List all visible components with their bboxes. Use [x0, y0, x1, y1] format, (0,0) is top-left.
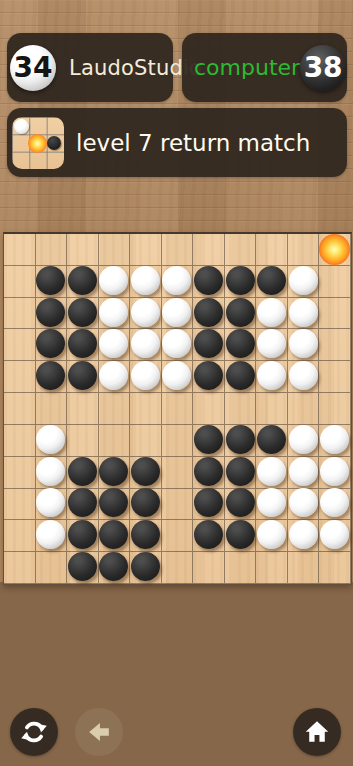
white-disc: [289, 266, 318, 295]
white-disc: [257, 361, 286, 390]
mini-board-icon: [12, 117, 64, 169]
white-disc: [257, 329, 286, 358]
board-cell-r4c3[interactable]: [99, 361, 131, 393]
black-disc: [194, 298, 223, 327]
white-disc: [99, 266, 128, 295]
black-disc: [131, 520, 160, 549]
board-cell-r0c4[interactable]: [130, 234, 162, 266]
black-disc: [68, 361, 97, 390]
board-cell-r3c9[interactable]: [288, 329, 320, 361]
board-cell-r6c0[interactable]: [4, 425, 36, 457]
board-cell-r8c8[interactable]: [256, 489, 288, 521]
app-root: 34 LaudoStudio computer 38 level 7 retur…: [0, 0, 353, 766]
white-disc: [289, 425, 318, 454]
board-cell-r2c1[interactable]: [36, 298, 68, 330]
white-disc: [289, 520, 318, 549]
undo-button[interactable]: [75, 708, 123, 756]
black-disc: [131, 457, 160, 486]
black-disc: [226, 457, 255, 486]
black-disc: [226, 488, 255, 517]
board-cell-r4c1[interactable]: [36, 361, 68, 393]
board-cell-r0c10[interactable]: [319, 234, 351, 266]
board-cell-r1c4[interactable]: [130, 266, 162, 298]
black-disc: [226, 361, 255, 390]
board-cell-r5c5[interactable]: [162, 393, 194, 425]
board-cell-r6c2[interactable]: [67, 425, 99, 457]
white-disc: [162, 361, 191, 390]
black-disc: [99, 552, 128, 581]
board-cell-r3c1[interactable]: [36, 329, 68, 361]
board-cell-r8c0[interactable]: [4, 489, 36, 521]
player-white-disc-ball: 34: [10, 45, 56, 91]
board-cell-r2c9[interactable]: [288, 298, 320, 330]
board-cell-r7c3[interactable]: [99, 457, 131, 489]
board-cell-r10c6[interactable]: [193, 552, 225, 584]
board-cell-r10c1[interactable]: [36, 552, 68, 584]
board-cell-r1c10[interactable]: [319, 266, 351, 298]
board-cell-r5c0[interactable]: [4, 393, 36, 425]
board-cell-r1c7[interactable]: [225, 266, 257, 298]
black-disc: [36, 298, 65, 327]
board-cell-r10c9[interactable]: [288, 552, 320, 584]
board-cell-r6c6[interactable]: [193, 425, 225, 457]
board-cell-r7c0[interactable]: [4, 457, 36, 489]
board-cell-r9c2[interactable]: [67, 520, 99, 552]
black-disc: [226, 298, 255, 327]
white-disc: [257, 457, 286, 486]
black-disc: [68, 457, 97, 486]
board-cell-r0c7[interactable]: [225, 234, 257, 266]
board-cell-r3c5[interactable]: [162, 329, 194, 361]
board-cell-r7c6[interactable]: [193, 457, 225, 489]
mini-white-disc-icon: [14, 119, 29, 134]
board-cell-r2c5[interactable]: [162, 298, 194, 330]
board-cell-r10c0[interactable]: [4, 552, 36, 584]
board-cell-r9c3[interactable]: [99, 520, 131, 552]
board-cell-r5c2[interactable]: [67, 393, 99, 425]
board-cell-r0c6[interactable]: [193, 234, 225, 266]
board-cell-r4c4[interactable]: [130, 361, 162, 393]
board-cell-r1c3[interactable]: [99, 266, 131, 298]
white-disc: [131, 298, 160, 327]
computer-score-panel: computer 38: [182, 33, 347, 102]
black-disc: [194, 457, 223, 486]
board-cell-r4c9[interactable]: [288, 361, 320, 393]
board-cell-r1c6[interactable]: [193, 266, 225, 298]
board-cell-r0c2[interactable]: [67, 234, 99, 266]
board-cell-r8c3[interactable]: [99, 489, 131, 521]
board-cell-r10c7[interactable]: [225, 552, 257, 584]
white-disc: [131, 266, 160, 295]
board-cell-r7c7[interactable]: [225, 457, 257, 489]
black-disc: [68, 552, 97, 581]
board-cell-r3c8[interactable]: [256, 329, 288, 361]
board-cell-r7c9[interactable]: [288, 457, 320, 489]
black-disc: [226, 329, 255, 358]
board-cell-r9c6[interactable]: [193, 520, 225, 552]
computer-black-disc-ball: 38: [300, 45, 346, 91]
board-cell-r0c0[interactable]: [4, 234, 36, 266]
board-cell-r9c9[interactable]: [288, 520, 320, 552]
black-disc: [257, 425, 286, 454]
black-disc: [68, 488, 97, 517]
board-cell-r6c10[interactable]: [319, 425, 351, 457]
black-disc: [99, 457, 128, 486]
black-disc: [194, 266, 223, 295]
board-cell-r6c7[interactable]: [225, 425, 257, 457]
board-cell-r9c5[interactable]: [162, 520, 194, 552]
board-cell-r5c3[interactable]: [99, 393, 131, 425]
board-cell-r6c4[interactable]: [130, 425, 162, 457]
white-disc: [320, 457, 349, 486]
white-disc: [36, 425, 65, 454]
board-cell-r6c9[interactable]: [288, 425, 320, 457]
board-cell-r4c5[interactable]: [162, 361, 194, 393]
white-disc: [162, 329, 191, 358]
board-cell-r7c8[interactable]: [256, 457, 288, 489]
board-cell-r9c4[interactable]: [130, 520, 162, 552]
white-disc: [320, 425, 349, 454]
board-cell-r4c7[interactable]: [225, 361, 257, 393]
board-cell-r1c1[interactable]: [36, 266, 68, 298]
board-cell-r10c3[interactable]: [99, 552, 131, 584]
white-disc: [289, 298, 318, 327]
white-disc: [162, 298, 191, 327]
board-cell-r3c10[interactable]: [319, 329, 351, 361]
black-disc: [226, 266, 255, 295]
board-cell-r1c9[interactable]: [288, 266, 320, 298]
board-cell-r10c5[interactable]: [162, 552, 194, 584]
board-cell-r9c1[interactable]: [36, 520, 68, 552]
board-cell-r2c2[interactable]: [67, 298, 99, 330]
board-cell-r10c2[interactable]: [67, 552, 99, 584]
black-disc: [257, 266, 286, 295]
white-disc: [257, 520, 286, 549]
board-cell-r9c10[interactable]: [319, 520, 351, 552]
black-disc: [36, 266, 65, 295]
board-cell-r10c10[interactable]: [319, 552, 351, 584]
board-cell-r8c2[interactable]: [67, 489, 99, 521]
white-disc: [36, 520, 65, 549]
board-cell-r3c3[interactable]: [99, 329, 131, 361]
board-cell-r3c0[interactable]: [4, 329, 36, 361]
board-cell-r5c8[interactable]: [256, 393, 288, 425]
board-cell-r2c8[interactable]: [256, 298, 288, 330]
board-cell-r3c2[interactable]: [67, 329, 99, 361]
white-disc: [257, 488, 286, 517]
board-cell-r5c6[interactable]: [193, 393, 225, 425]
board-cell-r6c8[interactable]: [256, 425, 288, 457]
black-disc: [194, 329, 223, 358]
board-cell-r4c0[interactable]: [4, 361, 36, 393]
black-disc: [226, 425, 255, 454]
white-disc: [320, 520, 349, 549]
black-disc: [99, 488, 128, 517]
board-cell-r1c8[interactable]: [256, 266, 288, 298]
black-disc: [131, 552, 160, 581]
board-cell-r5c10[interactable]: [319, 393, 351, 425]
white-disc: [320, 488, 349, 517]
level-status-text: level 7 return match: [76, 130, 310, 156]
board-cell-r0c5[interactable]: [162, 234, 194, 266]
board-cell-r2c4[interactable]: [130, 298, 162, 330]
board-cell-r2c6[interactable]: [193, 298, 225, 330]
white-disc: [289, 488, 318, 517]
board-cell-r5c4[interactable]: [130, 393, 162, 425]
board-cell-r9c8[interactable]: [256, 520, 288, 552]
black-disc: [131, 488, 160, 517]
undo-left-arrow-icon: [84, 717, 114, 747]
board-cell-r7c5[interactable]: [162, 457, 194, 489]
board-cell-r7c1[interactable]: [36, 457, 68, 489]
board-cell-r1c2[interactable]: [67, 266, 99, 298]
game-board: [3, 232, 352, 585]
board-cell-r3c4[interactable]: [130, 329, 162, 361]
black-disc: [36, 329, 65, 358]
white-disc: [289, 361, 318, 390]
board-cell-r4c8[interactable]: [256, 361, 288, 393]
board-cell-r7c4[interactable]: [130, 457, 162, 489]
board-cell-r9c7[interactable]: [225, 520, 257, 552]
board-cell-r8c7[interactable]: [225, 489, 257, 521]
board-cell-r10c8[interactable]: [256, 552, 288, 584]
board-cell-r7c2[interactable]: [67, 457, 99, 489]
fireball-effect: [319, 234, 350, 265]
white-disc: [36, 457, 65, 486]
board-cell-r3c7[interactable]: [225, 329, 257, 361]
board-cell-r0c9[interactable]: [288, 234, 320, 266]
board-cell-r0c8[interactable]: [256, 234, 288, 266]
board-cell-r8c1[interactable]: [36, 489, 68, 521]
computer-name: computer: [194, 55, 300, 80]
board-cell-r8c4[interactable]: [130, 489, 162, 521]
level-status-bar: level 7 return match: [7, 108, 347, 177]
computer-score: 38: [304, 51, 343, 84]
board-cell-r5c9[interactable]: [288, 393, 320, 425]
black-disc: [194, 361, 223, 390]
board-cell-r5c1[interactable]: [36, 393, 68, 425]
black-disc: [194, 520, 223, 549]
home-button[interactable]: [293, 708, 341, 756]
board-cell-r2c10[interactable]: [319, 298, 351, 330]
black-disc: [68, 266, 97, 295]
board-cell-r2c3[interactable]: [99, 298, 131, 330]
player-score-panel: 34 LaudoStudio: [7, 33, 173, 102]
board-cell-r5c7[interactable]: [225, 393, 257, 425]
home-icon: [302, 717, 332, 747]
board-cell-r8c6[interactable]: [193, 489, 225, 521]
board-cell-r2c7[interactable]: [225, 298, 257, 330]
board-cell-r10c4[interactable]: [130, 552, 162, 584]
black-disc: [99, 520, 128, 549]
board-cell-r8c9[interactable]: [288, 489, 320, 521]
black-disc: [68, 329, 97, 358]
black-disc: [68, 298, 97, 327]
white-disc: [131, 361, 160, 390]
board-cell-r8c5[interactable]: [162, 489, 194, 521]
white-disc: [289, 329, 318, 358]
white-disc: [131, 329, 160, 358]
board-cell-r4c2[interactable]: [67, 361, 99, 393]
black-disc: [68, 520, 97, 549]
board-cell-r7c10[interactable]: [319, 457, 351, 489]
board-cell-r6c5[interactable]: [162, 425, 194, 457]
board-cell-r1c5[interactable]: [162, 266, 194, 298]
restart-button[interactable]: [10, 708, 58, 756]
white-disc: [99, 298, 128, 327]
board-cell-r3c6[interactable]: [193, 329, 225, 361]
board-cell-r4c10[interactable]: [319, 361, 351, 393]
mini-fireball-icon: [28, 134, 47, 153]
white-disc: [289, 457, 318, 486]
mini-black-disc-icon: [47, 136, 61, 150]
black-disc: [194, 488, 223, 517]
board-cell-r0c3[interactable]: [99, 234, 131, 266]
black-disc: [194, 425, 223, 454]
white-disc: [162, 266, 191, 295]
white-disc: [257, 298, 286, 327]
white-disc: [36, 488, 65, 517]
restart-icon: [19, 717, 49, 747]
board-cell-r6c3[interactable]: [99, 425, 131, 457]
board-cell-r8c10[interactable]: [319, 489, 351, 521]
board-cell-r0c1[interactable]: [36, 234, 68, 266]
board-cell-r4c6[interactable]: [193, 361, 225, 393]
white-disc: [99, 329, 128, 358]
board-cell-r1c0[interactable]: [4, 266, 36, 298]
board-cell-r2c0[interactable]: [4, 298, 36, 330]
player-score: 34: [14, 51, 53, 84]
white-disc: [99, 361, 128, 390]
black-disc: [36, 361, 65, 390]
board-cell-r6c1[interactable]: [36, 425, 68, 457]
board-cell-r9c0[interactable]: [4, 520, 36, 552]
black-disc: [226, 520, 255, 549]
